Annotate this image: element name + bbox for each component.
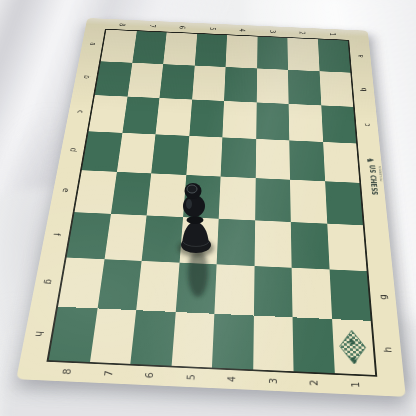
coordinate-label: c	[358, 107, 376, 145]
square-b2[interactable]	[288, 70, 321, 106]
square-a3[interactable]	[257, 37, 288, 70]
square-c5[interactable]	[189, 100, 224, 138]
square-h1[interactable]: ♞ ♞	[332, 319, 376, 375]
coordinate-label: 6	[167, 23, 198, 32]
coordinate-label	[368, 226, 388, 273]
square-a8[interactable]	[101, 30, 137, 63]
square-h5[interactable]	[171, 312, 214, 368]
square-a7[interactable]	[132, 31, 167, 64]
coordinate-label: b	[355, 72, 372, 107]
square-c2[interactable]	[289, 104, 323, 142]
square-e4[interactable]	[219, 177, 256, 221]
square-g1[interactable]	[329, 269, 371, 320]
square-d8[interactable]	[82, 131, 122, 171]
square-c8[interactable]	[89, 95, 128, 133]
square-h4[interactable]	[212, 314, 254, 370]
square-b4[interactable]	[224, 67, 257, 102]
square-c3[interactable]	[256, 102, 289, 140]
square-c6[interactable]	[155, 98, 191, 136]
square-c4[interactable]	[222, 101, 256, 139]
square-d3[interactable]	[255, 139, 290, 180]
square-b6[interactable]	[159, 64, 194, 99]
coordinate-label: 4	[227, 26, 257, 35]
photo-scene: 87654321 87654321 abcdefgh abcgh ♞ US CH…	[0, 0, 416, 416]
square-h3[interactable]	[253, 316, 294, 372]
square-b3[interactable]	[256, 68, 288, 103]
square-e8[interactable]	[74, 170, 116, 214]
square-b5[interactable]	[192, 66, 226, 101]
square-d1[interactable]	[323, 142, 360, 183]
square-d4[interactable]	[221, 137, 256, 178]
coordinate-label: 2	[287, 28, 317, 37]
coordinate-label: 1	[335, 376, 377, 392]
square-f7[interactable]	[104, 214, 146, 261]
us-chess-wordmark-text: US CHESS	[367, 165, 377, 196]
square-f3[interactable]	[254, 220, 292, 267]
square-h2[interactable]	[293, 317, 335, 373]
square-b1[interactable]	[319, 71, 353, 107]
us-chess-diamond-logo: ♞ ♞	[338, 328, 369, 365]
square-h7[interactable]	[90, 308, 137, 363]
coordinate-label: 2	[294, 375, 336, 391]
square-b7[interactable]	[127, 63, 163, 98]
square-e3[interactable]	[255, 178, 291, 222]
square-a2[interactable]	[287, 38, 319, 71]
us-chess-wordmark-subtext: FEDERATION	[378, 166, 383, 182]
coordinate-label: 8	[107, 20, 138, 29]
coordinate-label: h	[376, 322, 398, 377]
logo-knight-icon: ♞	[348, 336, 358, 347]
square-g3[interactable]	[253, 266, 292, 317]
coordinate-label: 7	[87, 365, 130, 381]
square-c7[interactable]	[122, 97, 159, 135]
square-b8[interactable]	[95, 61, 132, 96]
square-a1[interactable]	[318, 39, 351, 72]
square-d6[interactable]	[151, 134, 189, 175]
square-a5[interactable]	[194, 34, 227, 67]
coordinate-label: 7	[137, 22, 168, 31]
coordinate-label: 1	[317, 30, 348, 39]
coordinate-label: 3	[257, 27, 287, 36]
square-g2[interactable]	[292, 268, 332, 319]
square-f2[interactable]	[291, 222, 329, 269]
coordinate-label: 4	[211, 371, 253, 387]
coordinate-label: 5	[197, 24, 227, 33]
square-d5[interactable]	[186, 136, 222, 177]
square-a6[interactable]	[163, 32, 197, 65]
black-bishop[interactable]	[168, 178, 224, 302]
square-e7[interactable]	[111, 172, 152, 216]
square-d2[interactable]	[289, 140, 324, 181]
square-g7[interactable]	[97, 259, 141, 310]
square-e1[interactable]	[325, 181, 363, 225]
square-d7[interactable]	[116, 133, 155, 174]
coordinate-label: 3	[252, 373, 293, 389]
square-h6[interactable]	[130, 310, 175, 365]
square-f1[interactable]	[327, 224, 367, 272]
us-chess-knight-icon: ♞	[366, 157, 376, 163]
square-e2[interactable]	[290, 180, 327, 224]
coordinate-label: 6	[128, 367, 170, 383]
coordinate-label: g	[372, 272, 393, 323]
coordinate-label: a	[352, 40, 368, 73]
square-a4[interactable]	[226, 35, 258, 68]
square-c1[interactable]	[321, 105, 356, 143]
square-f8[interactable]	[67, 212, 111, 259]
logo-knight-icon: ♞	[349, 355, 359, 365]
coordinate-label: 8	[46, 363, 89, 379]
coordinate-label: 5	[170, 369, 212, 385]
